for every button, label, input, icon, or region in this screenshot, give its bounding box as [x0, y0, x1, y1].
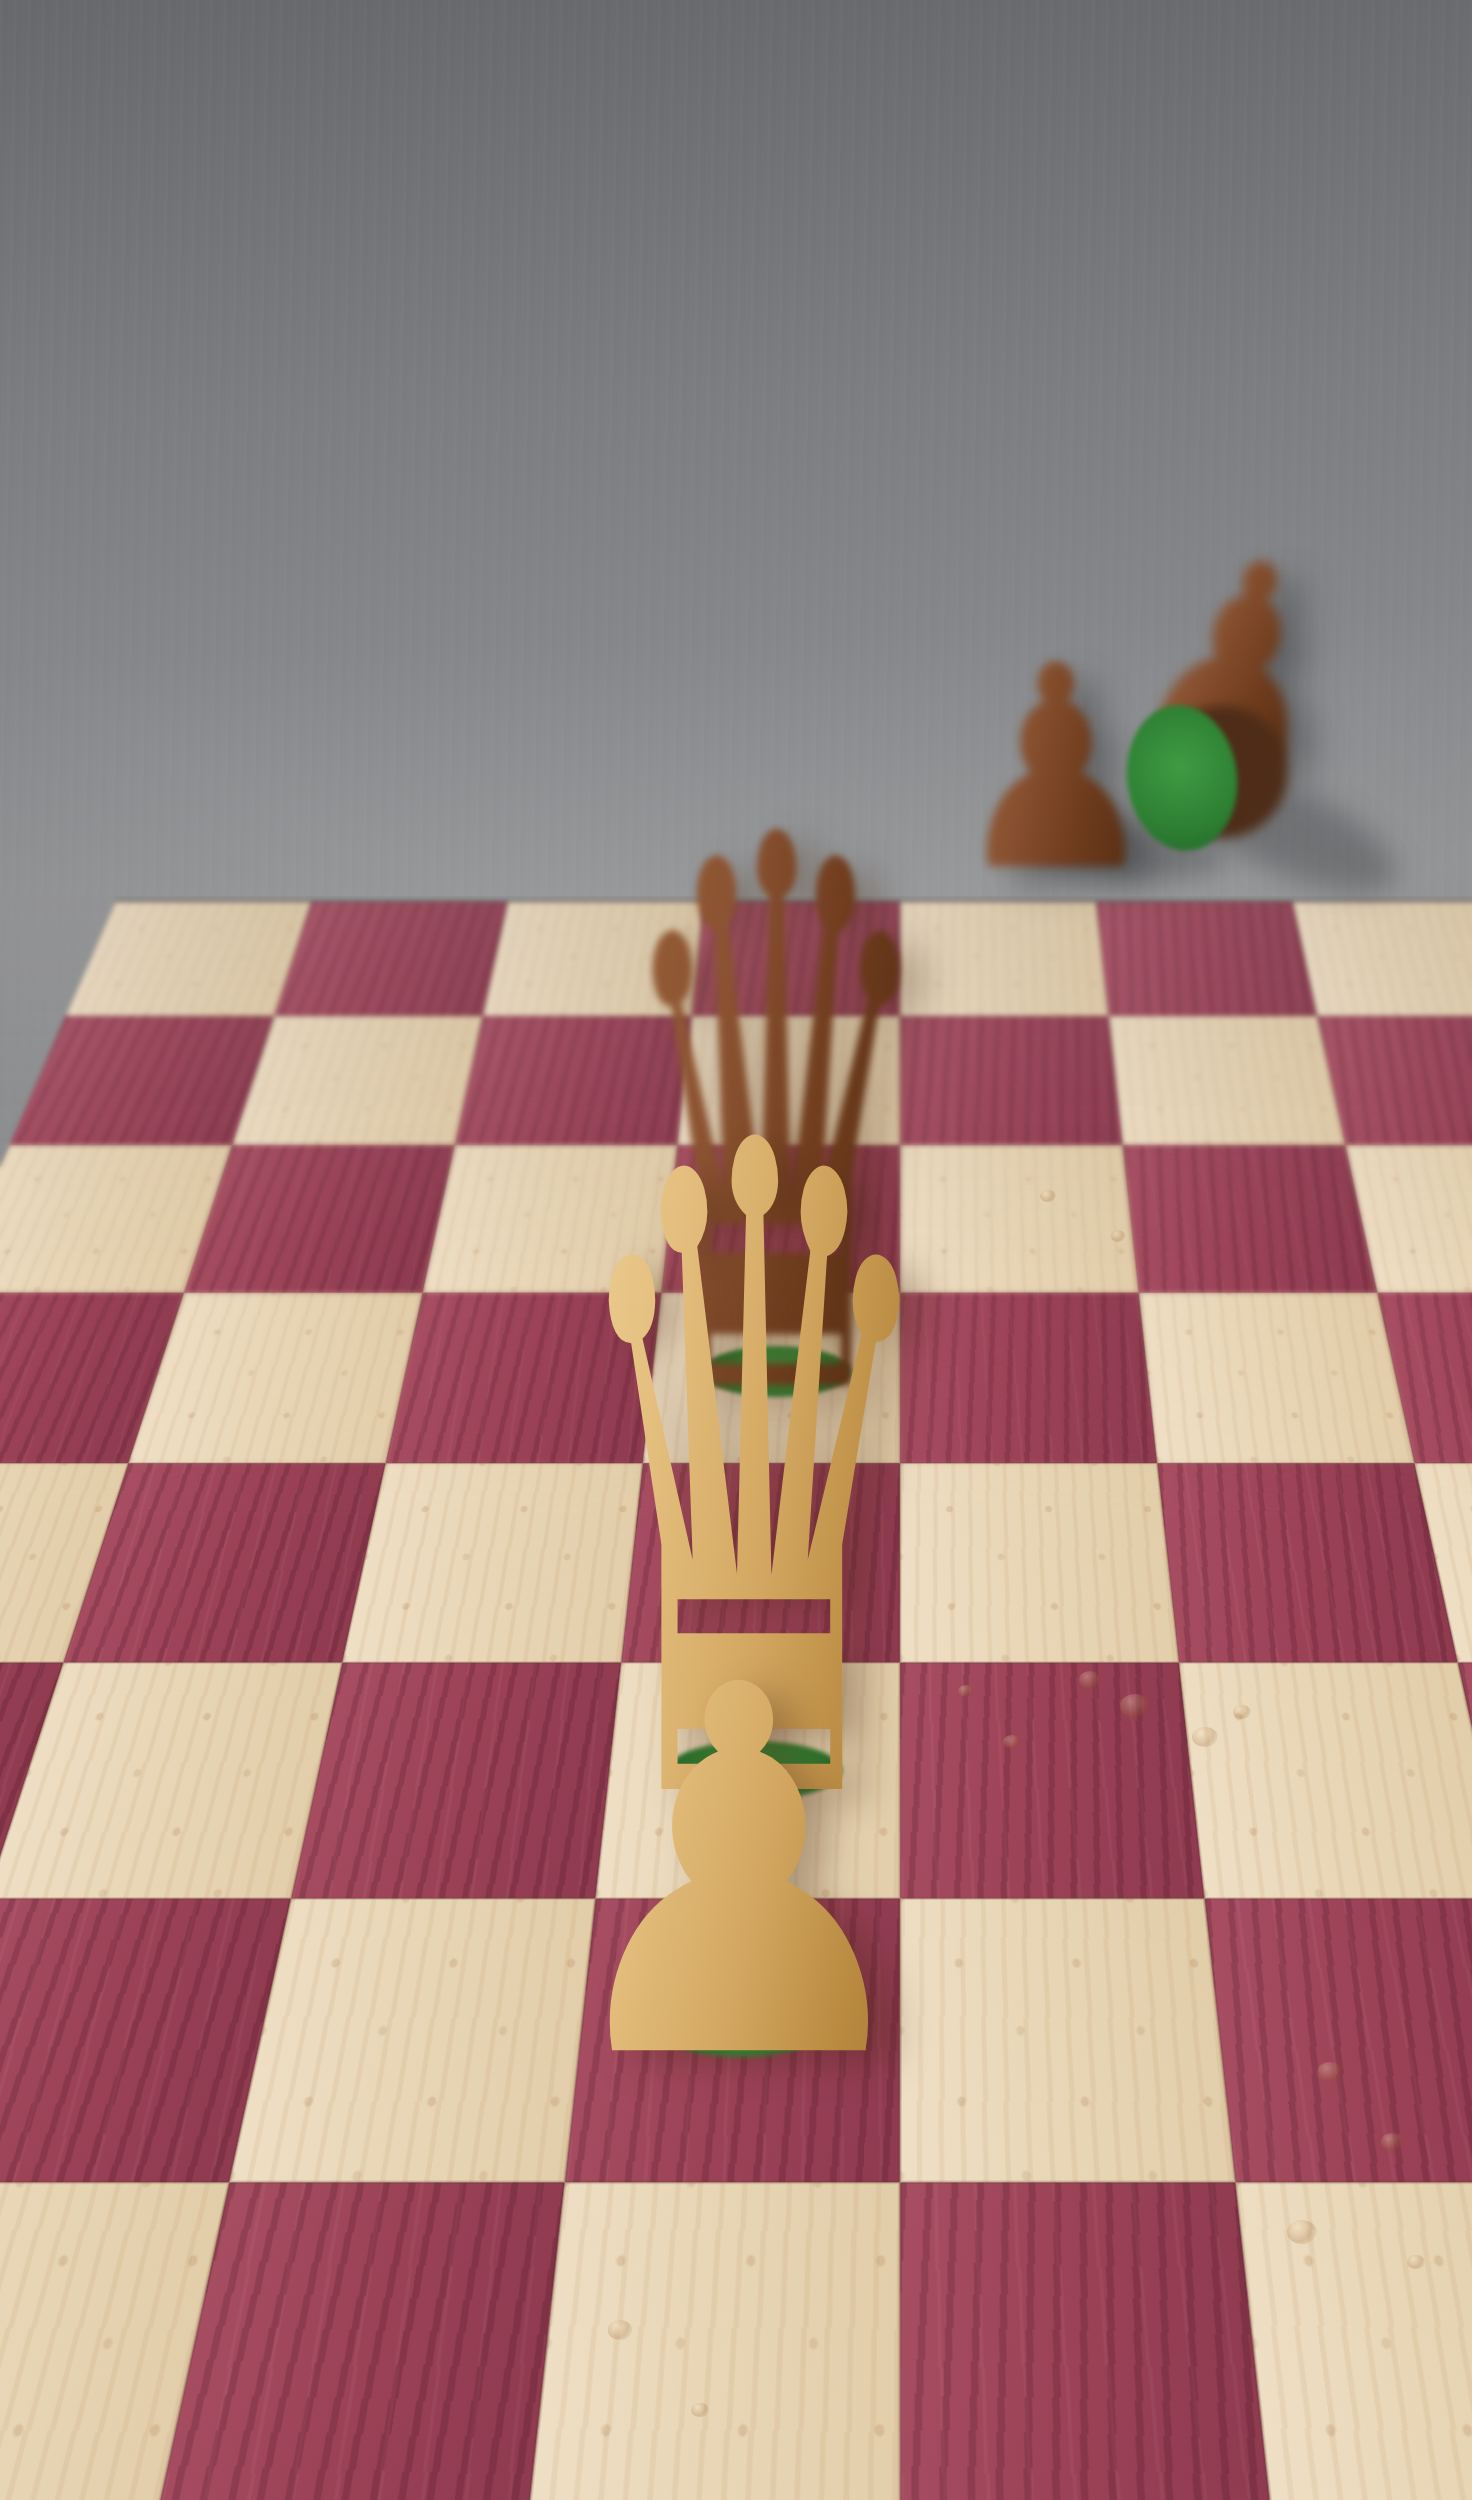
photo-stage: ♟♟♛♛♟ — [0, 0, 1472, 2500]
pieces-layer: ♟♟♛♛♟ — [0, 0, 1472, 2500]
white-pawn-d2: ♟ — [739, 1621, 1194, 2128]
